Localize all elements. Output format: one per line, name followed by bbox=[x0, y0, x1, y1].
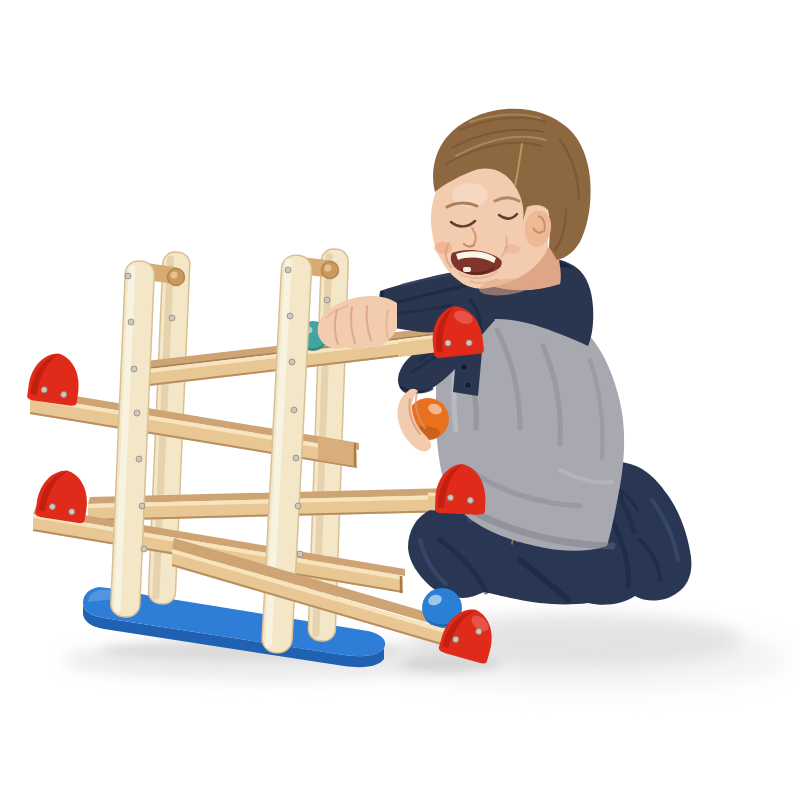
cap-screw bbox=[60, 391, 67, 398]
cap-screw bbox=[466, 340, 473, 347]
left-dowel-end-highlight bbox=[171, 272, 178, 279]
photo-canvas bbox=[0, 0, 800, 800]
cap-screw bbox=[49, 503, 56, 510]
toddler-ball-ramp-photo bbox=[0, 0, 800, 800]
right-dowel-end-highlight bbox=[325, 265, 332, 272]
cap-screw bbox=[68, 508, 75, 515]
cap-screw bbox=[467, 497, 473, 503]
cap-screw bbox=[445, 340, 452, 347]
cap-screw bbox=[447, 495, 453, 501]
placket-button bbox=[461, 364, 468, 371]
cap-screw bbox=[41, 386, 48, 393]
lower-tooth bbox=[463, 267, 471, 272]
placket-button bbox=[465, 382, 472, 389]
